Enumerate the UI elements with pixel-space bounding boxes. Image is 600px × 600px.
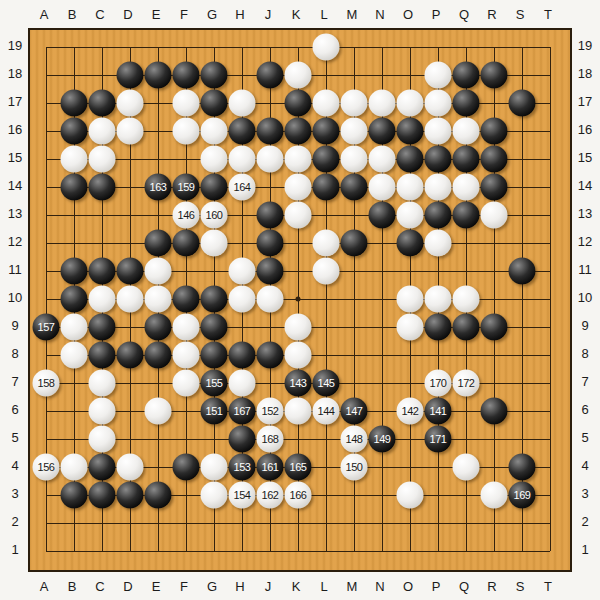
- black-stone-K4: 165: [285, 454, 312, 481]
- coordinate-label: E: [152, 7, 161, 22]
- white-stone-F7: [173, 370, 200, 397]
- black-stone-H8: [229, 342, 256, 369]
- black-stone-P9: [425, 314, 452, 341]
- coordinate-label: A: [40, 7, 49, 22]
- black-stone-G17: [201, 90, 228, 117]
- move-number: 152: [262, 406, 279, 417]
- white-stone-F16: [173, 118, 200, 145]
- move-number: 170: [430, 378, 447, 389]
- black-stone-E12: [145, 230, 172, 257]
- black-stone-P13: [425, 202, 452, 229]
- black-stone-E14: 163: [145, 174, 172, 201]
- move-number: 169: [514, 490, 531, 501]
- white-stone-C15: [89, 146, 116, 173]
- black-stone-H5: [229, 426, 256, 453]
- black-stone-P5: 171: [425, 426, 452, 453]
- white-stone-J3: 162: [257, 482, 284, 509]
- coordinate-label: 10: [578, 290, 592, 305]
- white-stone-K3: 166: [285, 482, 312, 509]
- black-stone-K16: [285, 118, 312, 145]
- white-stone-P16: [425, 118, 452, 145]
- white-stone-B9: [61, 314, 88, 341]
- black-stone-J16: [257, 118, 284, 145]
- white-stone-C6: [89, 398, 116, 425]
- black-stone-O16: [397, 118, 424, 145]
- move-number: 151: [206, 406, 223, 417]
- white-stone-D16: [117, 118, 144, 145]
- white-stone-H15: [229, 146, 256, 173]
- white-stone-L17: [313, 90, 340, 117]
- move-number: 163: [150, 182, 167, 193]
- black-stone-B16: [61, 118, 88, 145]
- white-stone-O14: [397, 174, 424, 201]
- white-stone-R3: [481, 482, 508, 509]
- black-stone-S3: 169: [509, 482, 536, 509]
- black-stone-G8: [201, 342, 228, 369]
- black-stone-P15: [425, 146, 452, 173]
- white-stone-Q14: [453, 174, 480, 201]
- coordinate-label: N: [375, 579, 384, 594]
- white-stone-K9: [285, 314, 312, 341]
- coordinate-label: 15: [8, 150, 22, 165]
- white-stone-R13: [481, 202, 508, 229]
- coordinate-label: 5: [11, 430, 18, 445]
- move-number: 171: [430, 434, 447, 445]
- black-stone-Q18: [453, 62, 480, 89]
- white-stone-J10: [257, 286, 284, 313]
- coordinate-label: 10: [8, 290, 22, 305]
- white-stone-L12: [313, 230, 340, 257]
- black-stone-F10: [173, 286, 200, 313]
- black-stone-O12: [397, 230, 424, 257]
- coordinate-label: E: [152, 579, 161, 594]
- black-stone-N13: [369, 202, 396, 229]
- coordinate-label: 9: [581, 318, 588, 333]
- black-stone-M6: 147: [341, 398, 368, 425]
- coordinate-label: T: [544, 579, 552, 594]
- white-stone-M5: 148: [341, 426, 368, 453]
- white-stone-A7: 158: [33, 370, 60, 397]
- white-stone-G13: 160: [201, 202, 228, 229]
- move-number: 172: [458, 378, 475, 389]
- coordinate-label: 18: [578, 66, 592, 81]
- coordinate-label: B: [68, 7, 77, 22]
- coordinate-label: R: [487, 7, 496, 22]
- black-stone-F12: [173, 230, 200, 257]
- white-stone-Q4: [453, 454, 480, 481]
- black-stone-R16: [481, 118, 508, 145]
- coordinate-label: G: [207, 579, 217, 594]
- move-number: 141: [430, 406, 447, 417]
- white-stone-P14: [425, 174, 452, 201]
- black-stone-Q15: [453, 146, 480, 173]
- coordinate-label: D: [123, 7, 132, 22]
- coordinate-label: J: [265, 579, 272, 594]
- white-stone-N15: [369, 146, 396, 173]
- black-stone-J18: [257, 62, 284, 89]
- move-number: 165: [290, 462, 307, 473]
- coordinate-label: R: [487, 579, 496, 594]
- white-stone-H17: [229, 90, 256, 117]
- move-number: 144: [318, 406, 335, 417]
- coordinate-label: 19: [8, 38, 22, 53]
- white-stone-K14: [285, 174, 312, 201]
- coordinate-label: L: [320, 579, 327, 594]
- white-stone-O13: [397, 202, 424, 229]
- white-stone-F8: [173, 342, 200, 369]
- move-number: 158: [38, 378, 55, 389]
- coordinate-label: P: [432, 7, 441, 22]
- coordinate-label: K: [292, 579, 301, 594]
- white-stone-N17: [369, 90, 396, 117]
- black-stone-C9: [89, 314, 116, 341]
- coordinate-label: J: [265, 7, 272, 22]
- black-stone-D11: [117, 258, 144, 285]
- black-stone-Q9: [453, 314, 480, 341]
- coordinate-label: 14: [8, 178, 22, 193]
- coordinate-label: 6: [11, 402, 18, 417]
- black-stone-H6: 167: [229, 398, 256, 425]
- black-stone-C14: [89, 174, 116, 201]
- white-stone-J6: 152: [257, 398, 284, 425]
- black-stone-C4: [89, 454, 116, 481]
- white-stone-F13: 146: [173, 202, 200, 229]
- white-stone-E11: [145, 258, 172, 285]
- black-stone-D18: [117, 62, 144, 89]
- move-number: 156: [38, 462, 55, 473]
- white-stone-Q10: [453, 286, 480, 313]
- coordinate-label: D: [123, 579, 132, 594]
- black-stone-E9: [145, 314, 172, 341]
- white-stone-M16: [341, 118, 368, 145]
- move-number: 168: [262, 434, 279, 445]
- white-stone-B4: [61, 454, 88, 481]
- coordinate-label: 1: [11, 542, 18, 557]
- white-stone-H7: [229, 370, 256, 397]
- move-number: 166: [290, 490, 307, 501]
- black-stone-B11: [61, 258, 88, 285]
- move-number: 160: [206, 210, 223, 221]
- white-stone-O6: 142: [397, 398, 424, 425]
- white-stone-K18: [285, 62, 312, 89]
- coordinate-label: S: [516, 7, 525, 22]
- white-stone-C10: [89, 286, 116, 313]
- black-stone-F4: [173, 454, 200, 481]
- black-stone-B17: [61, 90, 88, 117]
- black-stone-S11: [509, 258, 536, 285]
- coordinate-label: F: [180, 7, 188, 22]
- coordinate-label: 8: [581, 346, 588, 361]
- coordinate-label: L: [320, 7, 327, 22]
- black-stone-E8: [145, 342, 172, 369]
- black-stone-B14: [61, 174, 88, 201]
- coordinate-label: S: [516, 579, 525, 594]
- black-stone-G7: 155: [201, 370, 228, 397]
- coordinate-label: M: [347, 7, 358, 22]
- move-number: 150: [346, 462, 363, 473]
- black-stone-K17: [285, 90, 312, 117]
- white-stone-K15: [285, 146, 312, 173]
- black-stone-A9: 157: [33, 314, 60, 341]
- white-stone-A4: 156: [33, 454, 60, 481]
- move-number: 167: [234, 406, 251, 417]
- black-stone-G9: [201, 314, 228, 341]
- white-stone-N14: [369, 174, 396, 201]
- black-stone-F14: 159: [173, 174, 200, 201]
- black-stone-G6: 151: [201, 398, 228, 425]
- white-stone-M15: [341, 146, 368, 173]
- white-stone-P7: 170: [425, 370, 452, 397]
- coordinate-label: 1: [581, 542, 588, 557]
- white-stone-M17: [341, 90, 368, 117]
- coordinate-label: F: [180, 579, 188, 594]
- white-stone-C7: [89, 370, 116, 397]
- black-stone-L15: [313, 146, 340, 173]
- coordinate-label: C: [95, 7, 104, 22]
- move-number: 159: [178, 182, 195, 193]
- white-stone-C5: [89, 426, 116, 453]
- black-stone-J4: 161: [257, 454, 284, 481]
- coordinate-label: 18: [8, 66, 22, 81]
- white-stone-G12: [201, 230, 228, 257]
- black-stone-J12: [257, 230, 284, 257]
- move-number: 145: [318, 378, 335, 389]
- white-stone-E10: [145, 286, 172, 313]
- white-stone-B8: [61, 342, 88, 369]
- coordinate-label: 8: [11, 346, 18, 361]
- coordinate-label: Q: [459, 579, 469, 594]
- star-point: [296, 297, 301, 302]
- black-stone-H16: [229, 118, 256, 145]
- white-stone-Q7: 172: [453, 370, 480, 397]
- white-stone-L19: [313, 34, 340, 61]
- coordinate-label: K: [292, 7, 301, 22]
- black-stone-R15: [481, 146, 508, 173]
- coordinate-label: G: [207, 7, 217, 22]
- coordinate-label: B: [68, 579, 77, 594]
- black-stone-G14: [201, 174, 228, 201]
- white-stone-L6: 144: [313, 398, 340, 425]
- black-stone-F18: [173, 62, 200, 89]
- black-stone-S4: [509, 454, 536, 481]
- move-number: 161: [262, 462, 279, 473]
- white-stone-J5: 168: [257, 426, 284, 453]
- white-stone-P12: [425, 230, 452, 257]
- coordinate-label: 5: [581, 430, 588, 445]
- black-stone-O15: [397, 146, 424, 173]
- black-stone-M12: [341, 230, 368, 257]
- black-stone-C8: [89, 342, 116, 369]
- coordinate-label: 17: [8, 94, 22, 109]
- white-stone-D10: [117, 286, 144, 313]
- white-stone-G16: [201, 118, 228, 145]
- black-stone-H4: 153: [229, 454, 256, 481]
- white-stone-F9: [173, 314, 200, 341]
- coordinate-label: C: [95, 579, 104, 594]
- coordinate-label: 14: [578, 178, 592, 193]
- coordinate-label: O: [403, 7, 413, 22]
- black-stone-R18: [481, 62, 508, 89]
- black-stone-R14: [481, 174, 508, 201]
- black-stone-B10: [61, 286, 88, 313]
- move-number: 142: [402, 406, 419, 417]
- coordinate-label: 4: [581, 458, 588, 473]
- black-stone-R6: [481, 398, 508, 425]
- coordinate-label: Q: [459, 7, 469, 22]
- coordinate-label: O: [403, 579, 413, 594]
- coordinate-label: M: [347, 579, 358, 594]
- black-stone-R9: [481, 314, 508, 341]
- move-number: 148: [346, 434, 363, 445]
- black-stone-P6: 141: [425, 398, 452, 425]
- black-stone-K7: 143: [285, 370, 312, 397]
- white-stone-H14: 164: [229, 174, 256, 201]
- move-number: 143: [290, 378, 307, 389]
- black-stone-J11: [257, 258, 284, 285]
- white-stone-H3: 154: [229, 482, 256, 509]
- black-stone-C11: [89, 258, 116, 285]
- white-stone-H10: [229, 286, 256, 313]
- white-stone-O9: [397, 314, 424, 341]
- white-stone-D4: [117, 454, 144, 481]
- white-stone-K13: [285, 202, 312, 229]
- black-stone-S17: [509, 90, 536, 117]
- move-number: 164: [234, 182, 251, 193]
- go-board-screenshot: ABCDEFGHJKLMNOPQRST ABCDEFGHJKLMNOPQRST …: [0, 0, 600, 600]
- coordinate-label: A: [40, 579, 49, 594]
- black-stone-C17: [89, 90, 116, 117]
- white-stone-G15: [201, 146, 228, 173]
- black-stone-G10: [201, 286, 228, 313]
- white-stone-K6: [285, 398, 312, 425]
- white-stone-O10: [397, 286, 424, 313]
- coordinate-label: T: [544, 7, 552, 22]
- coordinate-label: H: [235, 7, 244, 22]
- move-number: 149: [374, 434, 391, 445]
- black-stone-C3: [89, 482, 116, 509]
- coordinate-label: 3: [11, 486, 18, 501]
- black-stone-Q13: [453, 202, 480, 229]
- black-stone-J8: [257, 342, 284, 369]
- coordinate-label: 3: [581, 486, 588, 501]
- coordinate-label: 16: [8, 122, 22, 137]
- black-stone-N16: [369, 118, 396, 145]
- black-stone-J13: [257, 202, 284, 229]
- white-stone-G3: [201, 482, 228, 509]
- coordinate-label: 11: [578, 262, 592, 277]
- move-number: 155: [206, 378, 223, 389]
- white-stone-O3: [397, 482, 424, 509]
- coordinate-label: N: [375, 7, 384, 22]
- coordinate-label: 11: [8, 262, 22, 277]
- coordinate-label: 15: [578, 150, 592, 165]
- coordinate-label: 16: [578, 122, 592, 137]
- coordinate-label: H: [235, 579, 244, 594]
- move-number: 146: [178, 210, 195, 221]
- coordinate-label: 6: [581, 402, 588, 417]
- coordinate-label: 12: [8, 234, 22, 249]
- white-stone-B15: [61, 146, 88, 173]
- black-stone-L16: [313, 118, 340, 145]
- white-stone-K8: [285, 342, 312, 369]
- white-stone-J15: [257, 146, 284, 173]
- white-stone-M4: 150: [341, 454, 368, 481]
- coordinate-label: 13: [8, 206, 22, 221]
- white-stone-H11: [229, 258, 256, 285]
- black-stone-B3: [61, 482, 88, 509]
- black-stone-L7: 145: [313, 370, 340, 397]
- go-board[interactable]: 1631591641461601571581551431451701721511…: [28, 28, 572, 572]
- white-stone-P10: [425, 286, 452, 313]
- move-number: 162: [262, 490, 279, 501]
- white-stone-E6: [145, 398, 172, 425]
- white-stone-F17: [173, 90, 200, 117]
- coordinate-label: 13: [578, 206, 592, 221]
- black-stone-N5: 149: [369, 426, 396, 453]
- black-stone-D3: [117, 482, 144, 509]
- white-stone-P17: [425, 90, 452, 117]
- coordinate-label: 12: [578, 234, 592, 249]
- coordinate-label: 7: [581, 374, 588, 389]
- black-stone-Q17: [453, 90, 480, 117]
- white-stone-P18: [425, 62, 452, 89]
- white-stone-D17: [117, 90, 144, 117]
- move-number: 154: [234, 490, 251, 501]
- coordinate-label: P: [432, 579, 441, 594]
- white-stone-O17: [397, 90, 424, 117]
- black-stone-D8: [117, 342, 144, 369]
- coordinate-label: 19: [578, 38, 592, 53]
- move-number: 153: [234, 462, 251, 473]
- move-number: 147: [346, 406, 363, 417]
- coordinate-label: 9: [11, 318, 18, 333]
- white-stone-G4: [201, 454, 228, 481]
- coordinate-label: 17: [578, 94, 592, 109]
- black-stone-G18: [201, 62, 228, 89]
- move-number: 157: [38, 322, 55, 333]
- coordinate-label: 2: [11, 514, 18, 529]
- coordinate-label: 7: [11, 374, 18, 389]
- white-stone-C16: [89, 118, 116, 145]
- white-stone-Q16: [453, 118, 480, 145]
- coordinate-label: 4: [11, 458, 18, 473]
- white-stone-L11: [313, 258, 340, 285]
- black-stone-L14: [313, 174, 340, 201]
- coordinate-label: 2: [581, 514, 588, 529]
- black-stone-E18: [145, 62, 172, 89]
- black-stone-E3: [145, 482, 172, 509]
- black-stone-M14: [341, 174, 368, 201]
